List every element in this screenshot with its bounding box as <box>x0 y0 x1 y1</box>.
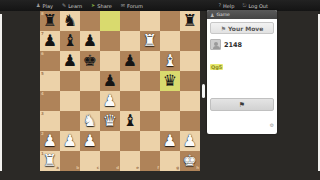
square-h7[interactable] <box>180 31 200 51</box>
square-h3[interactable] <box>180 111 200 131</box>
nav-item-label: Play <box>42 3 52 9</box>
scrollbar-thumb[interactable] <box>202 84 205 98</box>
navbar-left-group: ♟Play✎Learn➤Share✉Forum <box>0 3 143 9</box>
square-f4[interactable] <box>140 91 160 111</box>
square-h2[interactable]: ♟ <box>180 131 200 151</box>
square-a3[interactable]: 3 <box>40 111 60 131</box>
nav-item-label: Share <box>97 3 111 9</box>
piece-black-pawn-b6[interactable]: ♟ <box>60 51 80 71</box>
square-b7[interactable]: ♝ <box>60 31 80 51</box>
coord-file-f: f <box>157 166 159 170</box>
square-e1[interactable]: e <box>120 151 140 171</box>
square-h8[interactable]: ♜ <box>180 11 200 31</box>
square-b4[interactable] <box>60 91 80 111</box>
nav-item-learn[interactable]: ✎Learn <box>62 3 82 9</box>
exit-icon: ⎋ <box>242 3 246 8</box>
square-e7[interactable] <box>120 31 140 51</box>
square-e6[interactable]: ♟ <box>120 51 140 71</box>
your-move-button[interactable]: ⚑ Your Move <box>210 22 274 34</box>
page-edge-left <box>0 14 2 171</box>
piece-black-pawn-d5[interactable]: ♟ <box>100 71 120 91</box>
piece-white-pawn-g2[interactable]: ♟ <box>160 131 180 151</box>
square-f7[interactable]: ♜ <box>140 31 160 51</box>
piece-black-pawn-e6[interactable]: ♟ <box>120 51 140 71</box>
gear-row: ⚙ <box>210 112 274 131</box>
app-screen: ♟Play✎Learn➤Share✉Forum ?Help⎋Log Out 8♜… <box>0 0 320 180</box>
coord-file-d: d <box>116 166 119 170</box>
square-g4[interactable] <box>160 91 180 111</box>
piece-black-knight-b8[interactable]: ♞ <box>60 11 80 31</box>
square-g8[interactable] <box>160 11 180 31</box>
piece-black-rook-h8[interactable]: ♜ <box>180 11 200 31</box>
square-d1[interactable]: d <box>100 151 120 171</box>
piece-black-queen-g5[interactable]: ♛ <box>160 71 180 91</box>
square-b2[interactable]: ♟ <box>60 131 80 151</box>
square-a1[interactable]: 1a♜ <box>40 151 60 171</box>
nav-item-play[interactable]: ♟Play <box>36 3 53 9</box>
square-a7[interactable]: 7♟ <box>40 31 60 51</box>
gear-icon[interactable]: ⚙ <box>270 122 274 128</box>
piece-white-bishop-g6[interactable]: ♝ <box>160 51 180 71</box>
nav-item-log-out[interactable]: ⎋Log Out <box>242 3 268 9</box>
square-d6[interactable] <box>100 51 120 71</box>
piece-white-king-h1[interactable]: ♚ <box>180 151 200 171</box>
square-e5[interactable] <box>120 71 140 91</box>
nav-item-forum[interactable]: ✉Forum <box>121 3 143 9</box>
square-f3[interactable] <box>140 111 160 131</box>
pencil-icon: ✎ <box>62 3 66 8</box>
coord-rank-3: 3 <box>41 112 44 116</box>
nav-item-label: Help <box>223 3 234 9</box>
square-h1[interactable]: h♚ <box>180 151 200 171</box>
piece-white-queen-d3[interactable]: ♛ <box>100 111 120 131</box>
nav-item-label: Log Out <box>248 3 268 9</box>
panel-action-button[interactable]: ⚑ <box>210 98 274 111</box>
your-move-label: Your Move <box>228 25 263 32</box>
avatar[interactable] <box>210 39 221 50</box>
square-g6[interactable]: ♝ <box>160 51 180 71</box>
square-g1[interactable]: g <box>160 151 180 171</box>
piece-white-rook-a1[interactable]: ♜ <box>40 151 60 171</box>
flag-icon: ⚑ <box>239 101 245 109</box>
piece-black-rook-a8[interactable]: ♜ <box>40 11 60 31</box>
square-d5[interactable]: ♟ <box>100 71 120 91</box>
panel-title: Game <box>216 12 229 17</box>
square-d2[interactable] <box>100 131 120 151</box>
square-e2[interactable] <box>120 131 140 151</box>
square-f5[interactable] <box>140 71 160 91</box>
square-a6[interactable]: 6 <box>40 51 60 71</box>
nav-item-label: Learn <box>68 3 82 9</box>
square-b5[interactable] <box>60 71 80 91</box>
last-move-text[interactable]: Qg5 <box>210 64 223 70</box>
square-c8[interactable] <box>80 11 100 31</box>
square-d4[interactable]: ♟ <box>100 91 120 111</box>
coord-file-g: g <box>176 166 179 170</box>
square-b3[interactable] <box>60 111 80 131</box>
square-d8[interactable] <box>100 11 120 31</box>
coord-rank-5: 5 <box>41 72 44 76</box>
square-a8[interactable]: 8♜ <box>40 11 60 31</box>
square-e4[interactable] <box>120 91 140 111</box>
square-f8[interactable] <box>140 11 160 31</box>
square-e3[interactable]: ♝ <box>120 111 140 131</box>
piece-black-pawn-c7[interactable]: ♟ <box>80 31 100 51</box>
panel-title-icon: ♟ <box>210 12 214 18</box>
square-b8[interactable]: ♞ <box>60 11 80 31</box>
square-e8[interactable] <box>120 11 140 31</box>
share-icon: ➤ <box>91 3 95 8</box>
chess-board[interactable]: 8♜♞♜7♟♝♟♜6♟♚♟♝5♟♛4♟3♞♛♝2♟♟♟♟♟1a♜bcdefgh♚ <box>40 11 200 171</box>
coord-file-c: c <box>97 166 99 170</box>
square-d7[interactable] <box>100 31 120 51</box>
panel-header: ♟ Game <box>207 10 277 19</box>
piece-black-king-c6[interactable]: ♚ <box>80 51 100 71</box>
square-a4[interactable]: 4 <box>40 91 60 111</box>
game-panel: ♟ Game ⚑ Your Move 2148 Qg5 ⚑ ⚙ <box>207 10 277 134</box>
piece-white-pawn-b2[interactable]: ♟ <box>60 131 80 151</box>
opponent-row: 2148 <box>210 39 274 50</box>
piece-black-bishop-e3[interactable]: ♝ <box>120 111 140 131</box>
square-g5[interactable]: ♛ <box>160 71 180 91</box>
last-move-row: Qg5 <box>210 54 274 73</box>
square-f6[interactable] <box>140 51 160 71</box>
mail-icon: ✉ <box>121 3 125 8</box>
coord-file-e: e <box>136 166 139 170</box>
opponent-name[interactable]: 2148 <box>224 41 242 49</box>
flag-icon: ⚑ <box>221 25 226 32</box>
help-icon: ? <box>218 3 221 8</box>
square-a2[interactable]: 2♟ <box>40 131 60 151</box>
square-c3[interactable]: ♞ <box>80 111 100 131</box>
panel-body: ⚑ Your Move 2148 Qg5 ⚑ ⚙ <box>207 19 277 134</box>
square-h5[interactable] <box>180 71 200 91</box>
nav-item-label: Forum <box>127 3 143 9</box>
square-f1[interactable]: f <box>140 151 160 171</box>
coord-rank-4: 4 <box>41 92 44 96</box>
pawn-icon: ♟ <box>36 3 40 8</box>
piece-white-pawn-a2[interactable]: ♟ <box>40 131 60 151</box>
square-f2[interactable] <box>140 131 160 151</box>
square-g7[interactable] <box>160 31 180 51</box>
piece-black-pawn-a7[interactable]: ♟ <box>40 31 60 51</box>
piece-black-bishop-b7[interactable]: ♝ <box>60 31 80 51</box>
square-c6[interactable]: ♚ <box>80 51 100 71</box>
piece-white-pawn-c2[interactable]: ♟ <box>80 131 100 151</box>
coord-rank-6: 6 <box>41 52 44 56</box>
square-g2[interactable]: ♟ <box>160 131 180 151</box>
square-h4[interactable] <box>180 91 200 111</box>
navbar-right-group: ?Help⎋Log Out <box>218 3 320 9</box>
piece-white-knight-c3[interactable]: ♞ <box>80 111 100 131</box>
piece-white-pawn-h2[interactable]: ♟ <box>180 131 200 151</box>
piece-white-rook-f7[interactable]: ♜ <box>140 31 160 51</box>
square-a5[interactable]: 5 <box>40 71 60 91</box>
nav-item-share[interactable]: ➤Share <box>91 3 112 9</box>
coord-file-b: b <box>76 166 79 170</box>
piece-white-pawn-d4[interactable]: ♟ <box>100 91 120 111</box>
square-c2[interactable]: ♟ <box>80 131 100 151</box>
square-d3[interactable]: ♛ <box>100 111 120 131</box>
panel-spacer <box>210 73 274 98</box>
square-c1[interactable]: c <box>80 151 100 171</box>
square-b6[interactable]: ♟ <box>60 51 80 71</box>
square-c7[interactable]: ♟ <box>80 31 100 51</box>
square-b1[interactable]: b <box>60 151 80 171</box>
square-c5[interactable] <box>80 71 100 91</box>
square-g3[interactable] <box>160 111 180 131</box>
square-c4[interactable] <box>80 91 100 111</box>
nav-item-help[interactable]: ?Help <box>218 3 234 9</box>
square-h6[interactable] <box>180 51 200 71</box>
